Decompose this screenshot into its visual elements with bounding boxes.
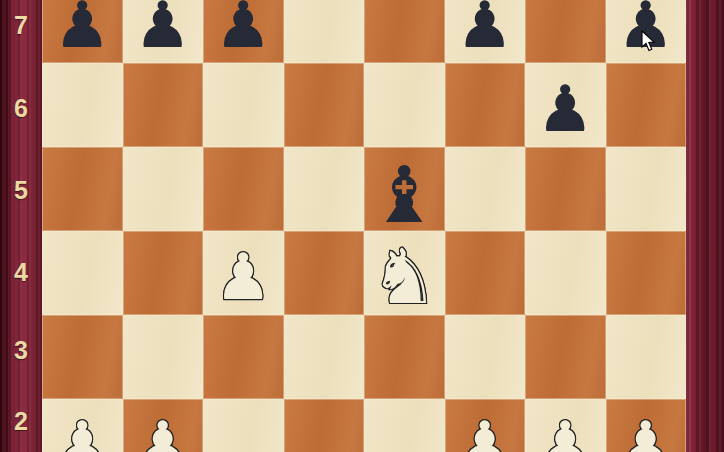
square-e6[interactable]: [364, 63, 445, 147]
piece-white-pawn-a2[interactable]: ♟: [54, 413, 111, 452]
rank-label-5: 5: [0, 176, 42, 205]
square-c3[interactable]: [203, 315, 284, 399]
square-d7[interactable]: [284, 0, 365, 63]
square-c7[interactable]: ♟: [203, 0, 284, 63]
square-h5[interactable]: [606, 147, 687, 231]
square-a5[interactable]: [42, 147, 123, 231]
piece-black-pawn-c7[interactable]: ♟: [215, 0, 272, 57]
rank-label-3: 3: [0, 336, 42, 365]
square-e4[interactable]: ♞: [364, 231, 445, 315]
piece-white-pawn-b2[interactable]: ♟: [134, 413, 191, 452]
piece-black-pawn-f7[interactable]: ♟: [456, 0, 513, 57]
square-g6[interactable]: ♟: [525, 63, 606, 147]
square-g7[interactable]: [525, 0, 606, 63]
square-g3[interactable]: [525, 315, 606, 399]
square-e7[interactable]: [364, 0, 445, 63]
chess-app-screenshot: ♟♟♟♟♟♟♝♟♞♟♟♟♟♟ 765432: [0, 0, 724, 452]
square-f5[interactable]: [445, 147, 526, 231]
square-f3[interactable]: [445, 315, 526, 399]
square-g4[interactable]: [525, 231, 606, 315]
piece-black-pawn-b7[interactable]: ♟: [134, 0, 191, 57]
square-a7[interactable]: ♟: [42, 0, 123, 63]
piece-white-knight-e4[interactable]: ♞: [370, 239, 438, 315]
square-e2[interactable]: [364, 399, 445, 452]
piece-white-pawn-c4[interactable]: ♟: [215, 245, 272, 309]
rank-label-6: 6: [0, 94, 42, 123]
square-d3[interactable]: [284, 315, 365, 399]
square-f6[interactable]: [445, 63, 526, 147]
chess-board[interactable]: ♟♟♟♟♟♟♝♟♞♟♟♟♟♟: [42, 0, 686, 452]
square-d5[interactable]: [284, 147, 365, 231]
square-c4[interactable]: ♟: [203, 231, 284, 315]
square-b3[interactable]: [123, 315, 204, 399]
square-d6[interactable]: [284, 63, 365, 147]
board-frame-left: 765432: [0, 0, 42, 452]
square-b2[interactable]: ♟: [123, 399, 204, 452]
square-e3[interactable]: [364, 315, 445, 399]
square-b4[interactable]: [123, 231, 204, 315]
square-h4[interactable]: [606, 231, 687, 315]
rank-label-2: 2: [0, 407, 42, 436]
square-f2[interactable]: ♟: [445, 399, 526, 452]
square-f7[interactable]: ♟: [445, 0, 526, 63]
square-h2[interactable]: ♟: [606, 399, 687, 452]
square-b6[interactable]: [123, 63, 204, 147]
board-frame-right: [686, 0, 724, 452]
square-c5[interactable]: [203, 147, 284, 231]
square-g2[interactable]: ♟: [525, 399, 606, 452]
square-c2[interactable]: [203, 399, 284, 452]
square-a6[interactable]: [42, 63, 123, 147]
square-e5[interactable]: ♝: [364, 147, 445, 231]
square-g5[interactable]: [525, 147, 606, 231]
square-a2[interactable]: ♟: [42, 399, 123, 452]
square-b7[interactable]: ♟: [123, 0, 204, 63]
square-d4[interactable]: [284, 231, 365, 315]
piece-black-pawn-a7[interactable]: ♟: [54, 0, 111, 57]
square-a3[interactable]: [42, 315, 123, 399]
square-a4[interactable]: [42, 231, 123, 315]
rank-label-7: 7: [0, 11, 42, 40]
piece-white-pawn-h2[interactable]: ♟: [617, 413, 674, 452]
rank-label-4: 4: [0, 258, 42, 287]
piece-white-pawn-f2[interactable]: ♟: [456, 413, 513, 452]
square-d2[interactable]: [284, 399, 365, 452]
square-b5[interactable]: [123, 147, 204, 231]
piece-white-pawn-g2[interactable]: ♟: [537, 413, 594, 452]
square-c6[interactable]: [203, 63, 284, 147]
piece-black-bishop-e5[interactable]: ♝: [369, 156, 439, 234]
square-h3[interactable]: [606, 315, 687, 399]
mouse-cursor-icon: [641, 30, 656, 52]
square-f4[interactable]: [445, 231, 526, 315]
piece-black-pawn-g6[interactable]: ♟: [537, 77, 594, 141]
square-h6[interactable]: [606, 63, 687, 147]
